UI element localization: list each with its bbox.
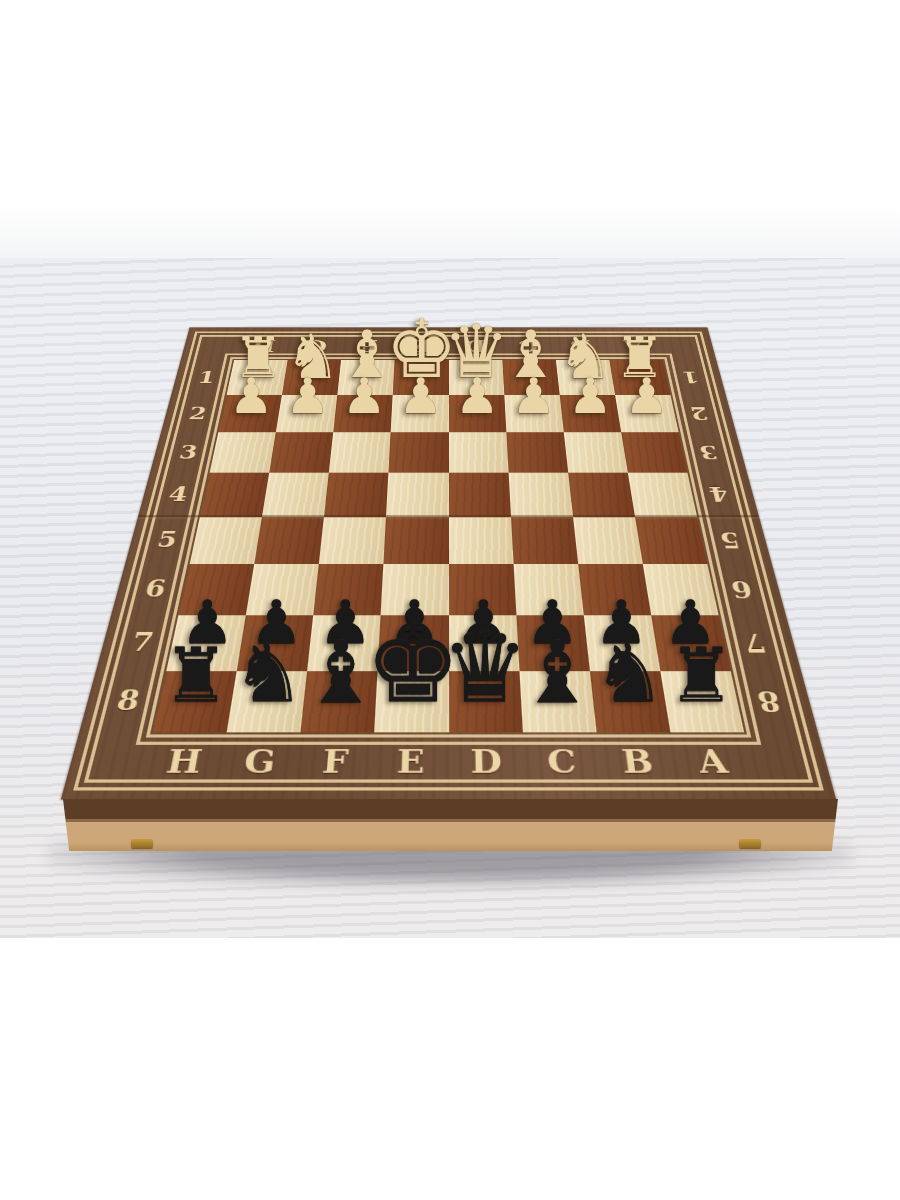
coordinate-label: 1 — [188, 360, 225, 395]
brass-hinge-right-icon — [739, 839, 761, 848]
piece-black-bishop-c8[interactable]: ♝ — [519, 628, 596, 714]
square-a3[interactable] — [621, 432, 687, 472]
square-e3[interactable] — [389, 432, 449, 472]
coordinate-label: 3 — [168, 432, 208, 472]
file-labels-bottom: HGFEDCBA — [143, 743, 755, 780]
square-e4[interactable] — [386, 473, 448, 517]
square-c5[interactable] — [511, 517, 578, 564]
square-g3[interactable] — [269, 432, 333, 472]
coordinate-label: 3 — [689, 432, 729, 472]
coordinate-label: 4 — [157, 473, 199, 517]
coordinate-label: 4 — [698, 473, 740, 517]
square-c4[interactable] — [508, 473, 573, 517]
board-front-edge — [63, 799, 838, 851]
piece-white-pawn-g2[interactable]: ♟ — [286, 372, 330, 421]
square-d5[interactable] — [449, 517, 514, 564]
square-h5[interactable] — [190, 517, 262, 564]
backdrop-wall — [0, 0, 900, 262]
piece-black-rook-a8[interactable]: ♜ — [668, 638, 735, 712]
square-e5[interactable] — [384, 517, 449, 564]
coordinate-label: 8 — [102, 671, 154, 732]
coordinate-label: E — [372, 743, 449, 781]
coordinate-label: 8 — [743, 671, 795, 732]
piece-white-pawn-h2[interactable]: ♟ — [229, 372, 273, 421]
coordinate-label: D — [449, 743, 526, 781]
coordinate-label: 1 — [672, 360, 709, 395]
coordinate-label: 7 — [730, 615, 779, 671]
coordinate-label: A — [672, 743, 755, 781]
coordinate-label: 2 — [680, 395, 718, 433]
coordinate-label: F — [295, 743, 374, 781]
square-f5[interactable] — [319, 517, 386, 564]
coordinate-label: C — [523, 743, 602, 781]
chess-board: HGFEDCBA HGFEDCBA 12345678 12345678 — [61, 327, 836, 799]
piece-white-pawn-c2[interactable]: ♟ — [512, 372, 556, 421]
square-h4[interactable] — [200, 473, 269, 517]
piece-white-pawn-f2[interactable]: ♟ — [342, 372, 386, 421]
square-d3[interactable] — [449, 432, 509, 472]
photo-scene: HGFEDCBA HGFEDCBA 12345678 12345678 ♜♞♝♚… — [0, 0, 900, 1200]
square-g5[interactable] — [254, 517, 324, 564]
brass-hinge-left-icon — [131, 839, 153, 848]
square-d4[interactable] — [449, 473, 511, 517]
square-a4[interactable] — [628, 473, 697, 517]
piece-white-pawn-b2[interactable]: ♟ — [568, 372, 612, 421]
coordinate-label: B — [597, 743, 678, 781]
piece-white-pawn-d2[interactable]: ♟ — [455, 372, 499, 421]
square-b3[interactable] — [564, 432, 628, 472]
piece-black-knight-b8[interactable]: ♞ — [593, 632, 666, 713]
square-c3[interactable] — [506, 432, 568, 472]
coordinate-label: H — [142, 743, 225, 781]
square-b5[interactable] — [573, 517, 643, 564]
square-b4[interactable] — [568, 473, 635, 517]
square-f4[interactable] — [324, 473, 389, 517]
square-h3[interactable] — [210, 432, 276, 472]
square-g4[interactable] — [262, 473, 329, 517]
fold-seam — [138, 515, 760, 517]
coordinate-label: 6 — [719, 564, 765, 615]
piece-white-pawn-e2[interactable]: ♟ — [399, 372, 443, 421]
coordinate-label: 5 — [145, 517, 189, 564]
square-f3[interactable] — [329, 432, 391, 472]
coordinate-label: 6 — [132, 564, 178, 615]
coordinate-label: 5 — [708, 517, 752, 564]
piece-black-rook-h8[interactable]: ♜ — [163, 638, 230, 712]
piece-white-pawn-a2[interactable]: ♟ — [625, 372, 669, 421]
coordinate-label: G — [219, 743, 300, 781]
piece-black-queen-d8[interactable]: ♛ — [441, 619, 529, 717]
coordinate-label: 7 — [117, 615, 166, 671]
square-a5[interactable] — [635, 517, 707, 564]
piece-black-knight-g8[interactable]: ♞ — [232, 632, 305, 713]
coordinate-label: 2 — [179, 395, 217, 433]
